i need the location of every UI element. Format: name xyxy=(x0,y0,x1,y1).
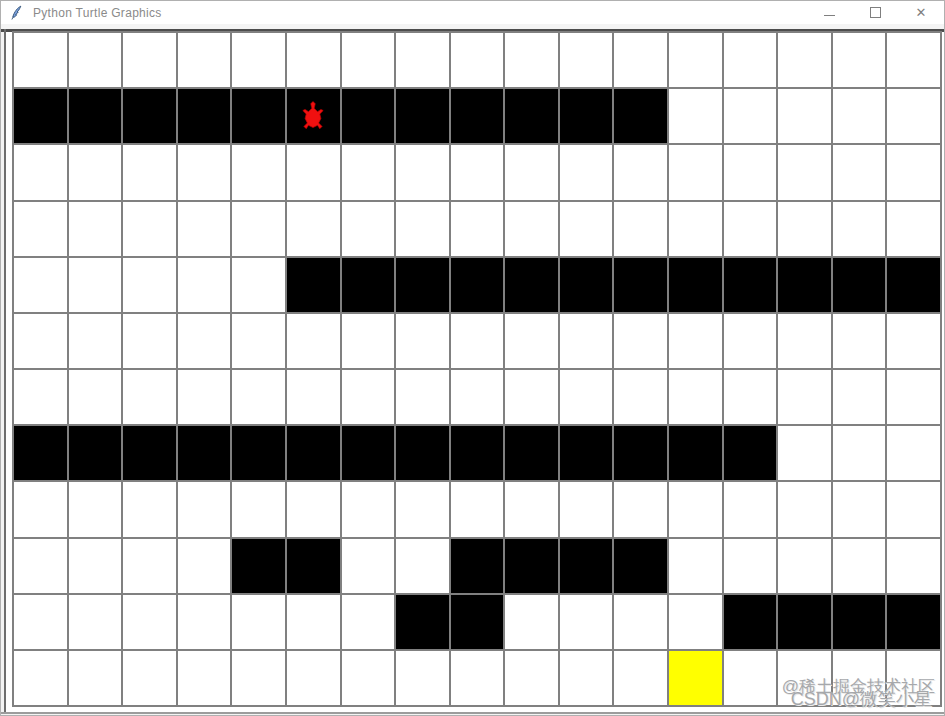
cell-r4-c8-wall xyxy=(451,258,504,312)
cell-r11-c12-goal xyxy=(669,651,722,705)
cell-r10-c7-wall xyxy=(396,595,449,649)
cell-r3-c12 xyxy=(669,202,722,256)
cell-r5-c13 xyxy=(724,314,777,368)
turtle-icon xyxy=(302,100,325,130)
cell-r6-c12 xyxy=(669,370,722,424)
cell-r9-c5-wall xyxy=(287,539,340,593)
cell-r11-c8 xyxy=(451,651,504,705)
cell-r2-c7 xyxy=(396,145,449,199)
cell-r3-c3 xyxy=(178,202,231,256)
cell-r8-c11 xyxy=(614,482,667,536)
window-title: Python Turtle Graphics xyxy=(33,6,162,20)
cell-r3-c7 xyxy=(396,202,449,256)
cell-r9-c1 xyxy=(69,539,122,593)
cell-r10-c13-wall xyxy=(724,595,777,649)
cell-r4-c14-wall xyxy=(778,258,831,312)
turtle-sprite xyxy=(302,100,325,130)
cell-r5-c2 xyxy=(123,314,176,368)
cell-r7-c8-wall xyxy=(451,426,504,480)
cell-r2-c12 xyxy=(669,145,722,199)
python-turtle-graphics-window: Python Turtle Graphics ✕ @稀土掘金技术社区 CSDN@… xyxy=(0,0,945,716)
cell-r11-c13 xyxy=(724,651,777,705)
cell-r7-c11-wall xyxy=(614,426,667,480)
cell-r1-c8-wall xyxy=(451,89,504,143)
cell-r5-c12 xyxy=(669,314,722,368)
cell-r9-c0 xyxy=(14,539,67,593)
cell-r0-c4 xyxy=(232,33,285,87)
cell-r10-c10 xyxy=(560,595,613,649)
cell-r3-c5 xyxy=(287,202,340,256)
cell-r2-c6 xyxy=(342,145,395,199)
cell-r6-c2 xyxy=(123,370,176,424)
cell-r1-c14 xyxy=(778,89,831,143)
cell-r6-c3 xyxy=(178,370,231,424)
cell-r2-c0 xyxy=(14,145,67,199)
cell-r3-c10 xyxy=(560,202,613,256)
cell-r1-c0-wall xyxy=(14,89,67,143)
cell-r1-c15 xyxy=(833,89,886,143)
cell-r10-c11 xyxy=(614,595,667,649)
cell-r4-c11-wall xyxy=(614,258,667,312)
cell-r10-c1 xyxy=(69,595,122,649)
cell-r4-c0 xyxy=(14,258,67,312)
cell-r7-c9-wall xyxy=(505,426,558,480)
cell-r6-c16 xyxy=(887,370,940,424)
cell-r5-c4 xyxy=(232,314,285,368)
cell-r5-c0 xyxy=(14,314,67,368)
cell-r8-c8 xyxy=(451,482,504,536)
cell-r9-c7 xyxy=(396,539,449,593)
cell-r4-c7-wall xyxy=(396,258,449,312)
title-bar: Python Turtle Graphics ✕ xyxy=(1,1,944,24)
maze-grid xyxy=(12,31,942,707)
cell-r1-c11-wall xyxy=(614,89,667,143)
cell-r7-c14 xyxy=(778,426,831,480)
cell-r9-c14 xyxy=(778,539,831,593)
cell-r0-c7 xyxy=(396,33,449,87)
cell-r6-c5 xyxy=(287,370,340,424)
cell-r2-c13 xyxy=(724,145,777,199)
cell-r2-c3 xyxy=(178,145,231,199)
cell-r4-c2 xyxy=(123,258,176,312)
cell-r9-c15 xyxy=(833,539,886,593)
cell-r1-c6-wall xyxy=(342,89,395,143)
cell-r1-c2-wall xyxy=(123,89,176,143)
cell-r10-c2 xyxy=(123,595,176,649)
cell-r10-c0 xyxy=(14,595,67,649)
cell-r9-c16 xyxy=(887,539,940,593)
cell-r11-c1 xyxy=(69,651,122,705)
cell-r10-c16-wall xyxy=(887,595,940,649)
cell-r7-c0-wall xyxy=(14,426,67,480)
cell-r8-c12 xyxy=(669,482,722,536)
cell-r7-c16 xyxy=(887,426,940,480)
close-button[interactable]: ✕ xyxy=(898,1,944,24)
cell-r0-c16 xyxy=(887,33,940,87)
minimize-button[interactable] xyxy=(806,1,852,24)
cell-r1-c3-wall xyxy=(178,89,231,143)
cell-r6-c4 xyxy=(232,370,285,424)
maximize-button[interactable] xyxy=(852,1,898,24)
cell-r2-c2 xyxy=(123,145,176,199)
cell-r0-c15 xyxy=(833,33,886,87)
tk-feather-icon xyxy=(9,5,24,21)
cell-r2-c15 xyxy=(833,145,886,199)
cell-r7-c1-wall xyxy=(69,426,122,480)
cell-r7-c6-wall xyxy=(342,426,395,480)
cell-r6-c9 xyxy=(505,370,558,424)
cell-r0-c9 xyxy=(505,33,558,87)
cell-r3-c9 xyxy=(505,202,558,256)
cell-r4-c6-wall xyxy=(342,258,395,312)
cell-r10-c6 xyxy=(342,595,395,649)
cell-r4-c5-wall xyxy=(287,258,340,312)
cell-r3-c1 xyxy=(69,202,122,256)
cell-r0-c1 xyxy=(69,33,122,87)
cell-r1-c12 xyxy=(669,89,722,143)
cell-r8-c2 xyxy=(123,482,176,536)
cell-r0-c10 xyxy=(560,33,613,87)
cell-r2-c4 xyxy=(232,145,285,199)
cell-r8-c4 xyxy=(232,482,285,536)
cell-r6-c7 xyxy=(396,370,449,424)
cell-r9-c6 xyxy=(342,539,395,593)
cell-r4-c3 xyxy=(178,258,231,312)
cell-r3-c4 xyxy=(232,202,285,256)
cell-r1-c10-wall xyxy=(560,89,613,143)
cell-r5-c1 xyxy=(69,314,122,368)
cell-r11-c14 xyxy=(778,651,831,705)
cell-r5-c5 xyxy=(287,314,340,368)
cell-r7-c10-wall xyxy=(560,426,613,480)
cell-r3-c13 xyxy=(724,202,777,256)
cell-r9-c2 xyxy=(123,539,176,593)
cell-r11-c9 xyxy=(505,651,558,705)
cell-r1-c4-wall xyxy=(232,89,285,143)
cell-r7-c12-wall xyxy=(669,426,722,480)
cell-r9-c4-wall xyxy=(232,539,285,593)
cell-r5-c11 xyxy=(614,314,667,368)
cell-r11-c7 xyxy=(396,651,449,705)
cell-r4-c9-wall xyxy=(505,258,558,312)
cell-r6-c6 xyxy=(342,370,395,424)
cell-r11-c15 xyxy=(833,651,886,705)
cell-r3-c0 xyxy=(14,202,67,256)
cell-r2-c5 xyxy=(287,145,340,199)
cell-r10-c9 xyxy=(505,595,558,649)
cell-r0-c12 xyxy=(669,33,722,87)
cell-r7-c13-wall xyxy=(724,426,777,480)
cell-r5-c9 xyxy=(505,314,558,368)
cell-r10-c3 xyxy=(178,595,231,649)
window-controls: ✕ xyxy=(806,1,944,24)
cell-r7-c2-wall xyxy=(123,426,176,480)
cell-r8-c7 xyxy=(396,482,449,536)
cell-r8-c9 xyxy=(505,482,558,536)
cell-r11-c10 xyxy=(560,651,613,705)
cell-r0-c5 xyxy=(287,33,340,87)
cell-r5-c15 xyxy=(833,314,886,368)
cell-r4-c13-wall xyxy=(724,258,777,312)
turtle-canvas: @稀土掘金技术社区 CSDN@微笑小星 xyxy=(1,24,944,715)
cell-r7-c3-wall xyxy=(178,426,231,480)
canvas-left-border xyxy=(4,29,6,712)
cell-r9-c8-wall xyxy=(451,539,504,593)
cell-r9-c13 xyxy=(724,539,777,593)
cell-r8-c16 xyxy=(887,482,940,536)
cell-r11-c16 xyxy=(887,651,940,705)
cell-r7-c7-wall xyxy=(396,426,449,480)
cell-r0-c0 xyxy=(14,33,67,87)
cell-r5-c3 xyxy=(178,314,231,368)
cell-r0-c6 xyxy=(342,33,395,87)
cell-r5-c14 xyxy=(778,314,831,368)
cell-r2-c9 xyxy=(505,145,558,199)
cell-r8-c1 xyxy=(69,482,122,536)
cell-r10-c12 xyxy=(669,595,722,649)
cell-r6-c11 xyxy=(614,370,667,424)
cell-r7-c15 xyxy=(833,426,886,480)
cell-r6-c0 xyxy=(14,370,67,424)
cell-r10-c5 xyxy=(287,595,340,649)
cell-r4-c12-wall xyxy=(669,258,722,312)
cell-r10-c8-wall xyxy=(451,595,504,649)
cell-r2-c10 xyxy=(560,145,613,199)
cell-r11-c3 xyxy=(178,651,231,705)
cell-r6-c14 xyxy=(778,370,831,424)
cell-r5-c8 xyxy=(451,314,504,368)
cell-r8-c0 xyxy=(14,482,67,536)
cell-r9-c11-wall xyxy=(614,539,667,593)
cell-r9-c9-wall xyxy=(505,539,558,593)
cell-r1-c13 xyxy=(724,89,777,143)
cell-r7-c4-wall xyxy=(232,426,285,480)
cell-r0-c14 xyxy=(778,33,831,87)
cell-r4-c4 xyxy=(232,258,285,312)
window-bottom-edge xyxy=(1,712,944,714)
cell-r8-c5 xyxy=(287,482,340,536)
cell-r1-c5-wall xyxy=(287,89,340,143)
cell-r8-c14 xyxy=(778,482,831,536)
cell-r3-c16 xyxy=(887,202,940,256)
cell-r5-c16 xyxy=(887,314,940,368)
cell-r9-c10-wall xyxy=(560,539,613,593)
cell-r6-c10 xyxy=(560,370,613,424)
cell-r8-c10 xyxy=(560,482,613,536)
cell-r4-c1 xyxy=(69,258,122,312)
cell-r4-c16-wall xyxy=(887,258,940,312)
cell-r8-c6 xyxy=(342,482,395,536)
cell-r5-c6 xyxy=(342,314,395,368)
cell-r5-c7 xyxy=(396,314,449,368)
close-icon: ✕ xyxy=(916,6,927,19)
cell-r6-c15 xyxy=(833,370,886,424)
cell-r5-c10 xyxy=(560,314,613,368)
cell-r6-c13 xyxy=(724,370,777,424)
cell-r0-c2 xyxy=(123,33,176,87)
cell-r6-c8 xyxy=(451,370,504,424)
cell-r3-c11 xyxy=(614,202,667,256)
cell-r11-c0 xyxy=(14,651,67,705)
cell-r1-c7-wall xyxy=(396,89,449,143)
cell-r3-c6 xyxy=(342,202,395,256)
cell-r11-c5 xyxy=(287,651,340,705)
cell-r10-c14-wall xyxy=(778,595,831,649)
maximize-icon xyxy=(870,7,881,18)
cell-r6-c1 xyxy=(69,370,122,424)
cell-r11-c6 xyxy=(342,651,395,705)
cell-r1-c16 xyxy=(887,89,940,143)
cell-r11-c2 xyxy=(123,651,176,705)
cell-r1-c1-wall xyxy=(69,89,122,143)
cell-r2-c1 xyxy=(69,145,122,199)
cell-r0-c11 xyxy=(614,33,667,87)
cell-r1-c9-wall xyxy=(505,89,558,143)
cell-r0-c13 xyxy=(724,33,777,87)
cell-r3-c14 xyxy=(778,202,831,256)
cell-r3-c2 xyxy=(123,202,176,256)
cell-r9-c12 xyxy=(669,539,722,593)
cell-r2-c14 xyxy=(778,145,831,199)
cell-r4-c15-wall xyxy=(833,258,886,312)
cell-r11-c4 xyxy=(232,651,285,705)
cell-r0-c3 xyxy=(178,33,231,87)
cell-r10-c15-wall xyxy=(833,595,886,649)
cell-r8-c3 xyxy=(178,482,231,536)
cell-r4-c10-wall xyxy=(560,258,613,312)
cell-r3-c15 xyxy=(833,202,886,256)
cell-r9-c3 xyxy=(178,539,231,593)
minimize-icon xyxy=(824,15,835,16)
cell-r7-c5-wall xyxy=(287,426,340,480)
cell-r3-c8 xyxy=(451,202,504,256)
cell-r8-c13 xyxy=(724,482,777,536)
cell-r0-c8 xyxy=(451,33,504,87)
cell-r10-c4 xyxy=(232,595,285,649)
cell-r2-c8 xyxy=(451,145,504,199)
cell-r11-c11 xyxy=(614,651,667,705)
cell-r2-c16 xyxy=(887,145,940,199)
cell-r2-c11 xyxy=(614,145,667,199)
cell-r8-c15 xyxy=(833,482,886,536)
